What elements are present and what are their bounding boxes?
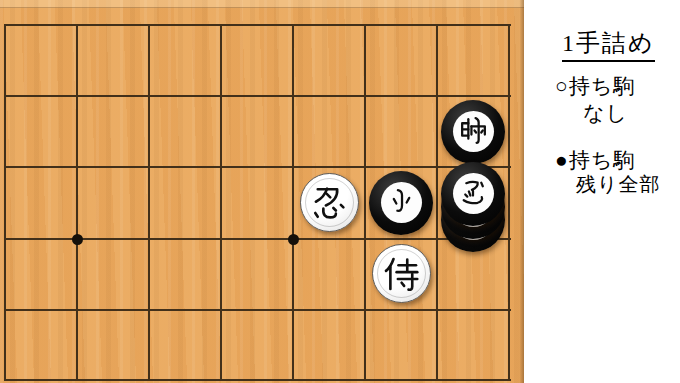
star-point-1: [72, 234, 83, 245]
black-stone: [369, 171, 433, 235]
black-stone: [441, 162, 505, 226]
grid-hline-1: [4, 24, 511, 26]
black-in-hand-value: 残り全部: [576, 171, 660, 198]
white-in-hand-value: なし: [583, 99, 628, 127]
black-in-hand-label: ●持ち駒: [555, 146, 635, 174]
grid-vline-5: [292, 25, 294, 381]
caption-panel: 1手詰め ○持ち駒 なし ●持ち駒 残り全部: [524, 0, 680, 383]
stone-face: [453, 111, 494, 152]
grid-vline-1: [4, 25, 6, 381]
grid-vline-6: [364, 25, 366, 381]
board-top-edge: [0, 0, 524, 8]
grid-hline-3: [4, 166, 511, 168]
screenshot-root: 1手詰め ○持ち駒 なし ●持ち駒 残り全部: [0, 0, 680, 383]
black-stone: [441, 100, 505, 164]
stone-face: [453, 173, 494, 214]
grid-hline-5: [4, 309, 511, 311]
grid-hline-2: [4, 95, 511, 97]
grid-vline-7: [436, 25, 438, 381]
grid-vline-4: [220, 25, 222, 381]
star-point-2: [288, 234, 299, 245]
white-in-hand-label: ○持ち駒: [555, 72, 635, 100]
grid-hline-6: [4, 379, 511, 381]
white-stone: [372, 244, 431, 303]
stone-face: [381, 182, 422, 223]
puzzle-title: 1手詰め: [562, 27, 655, 62]
grid-vline-8: [508, 25, 510, 381]
white-stone: [300, 173, 359, 232]
grid-vline-3: [148, 25, 150, 381]
game-board[interactable]: [0, 0, 524, 383]
grid-vline-2: [76, 25, 78, 381]
